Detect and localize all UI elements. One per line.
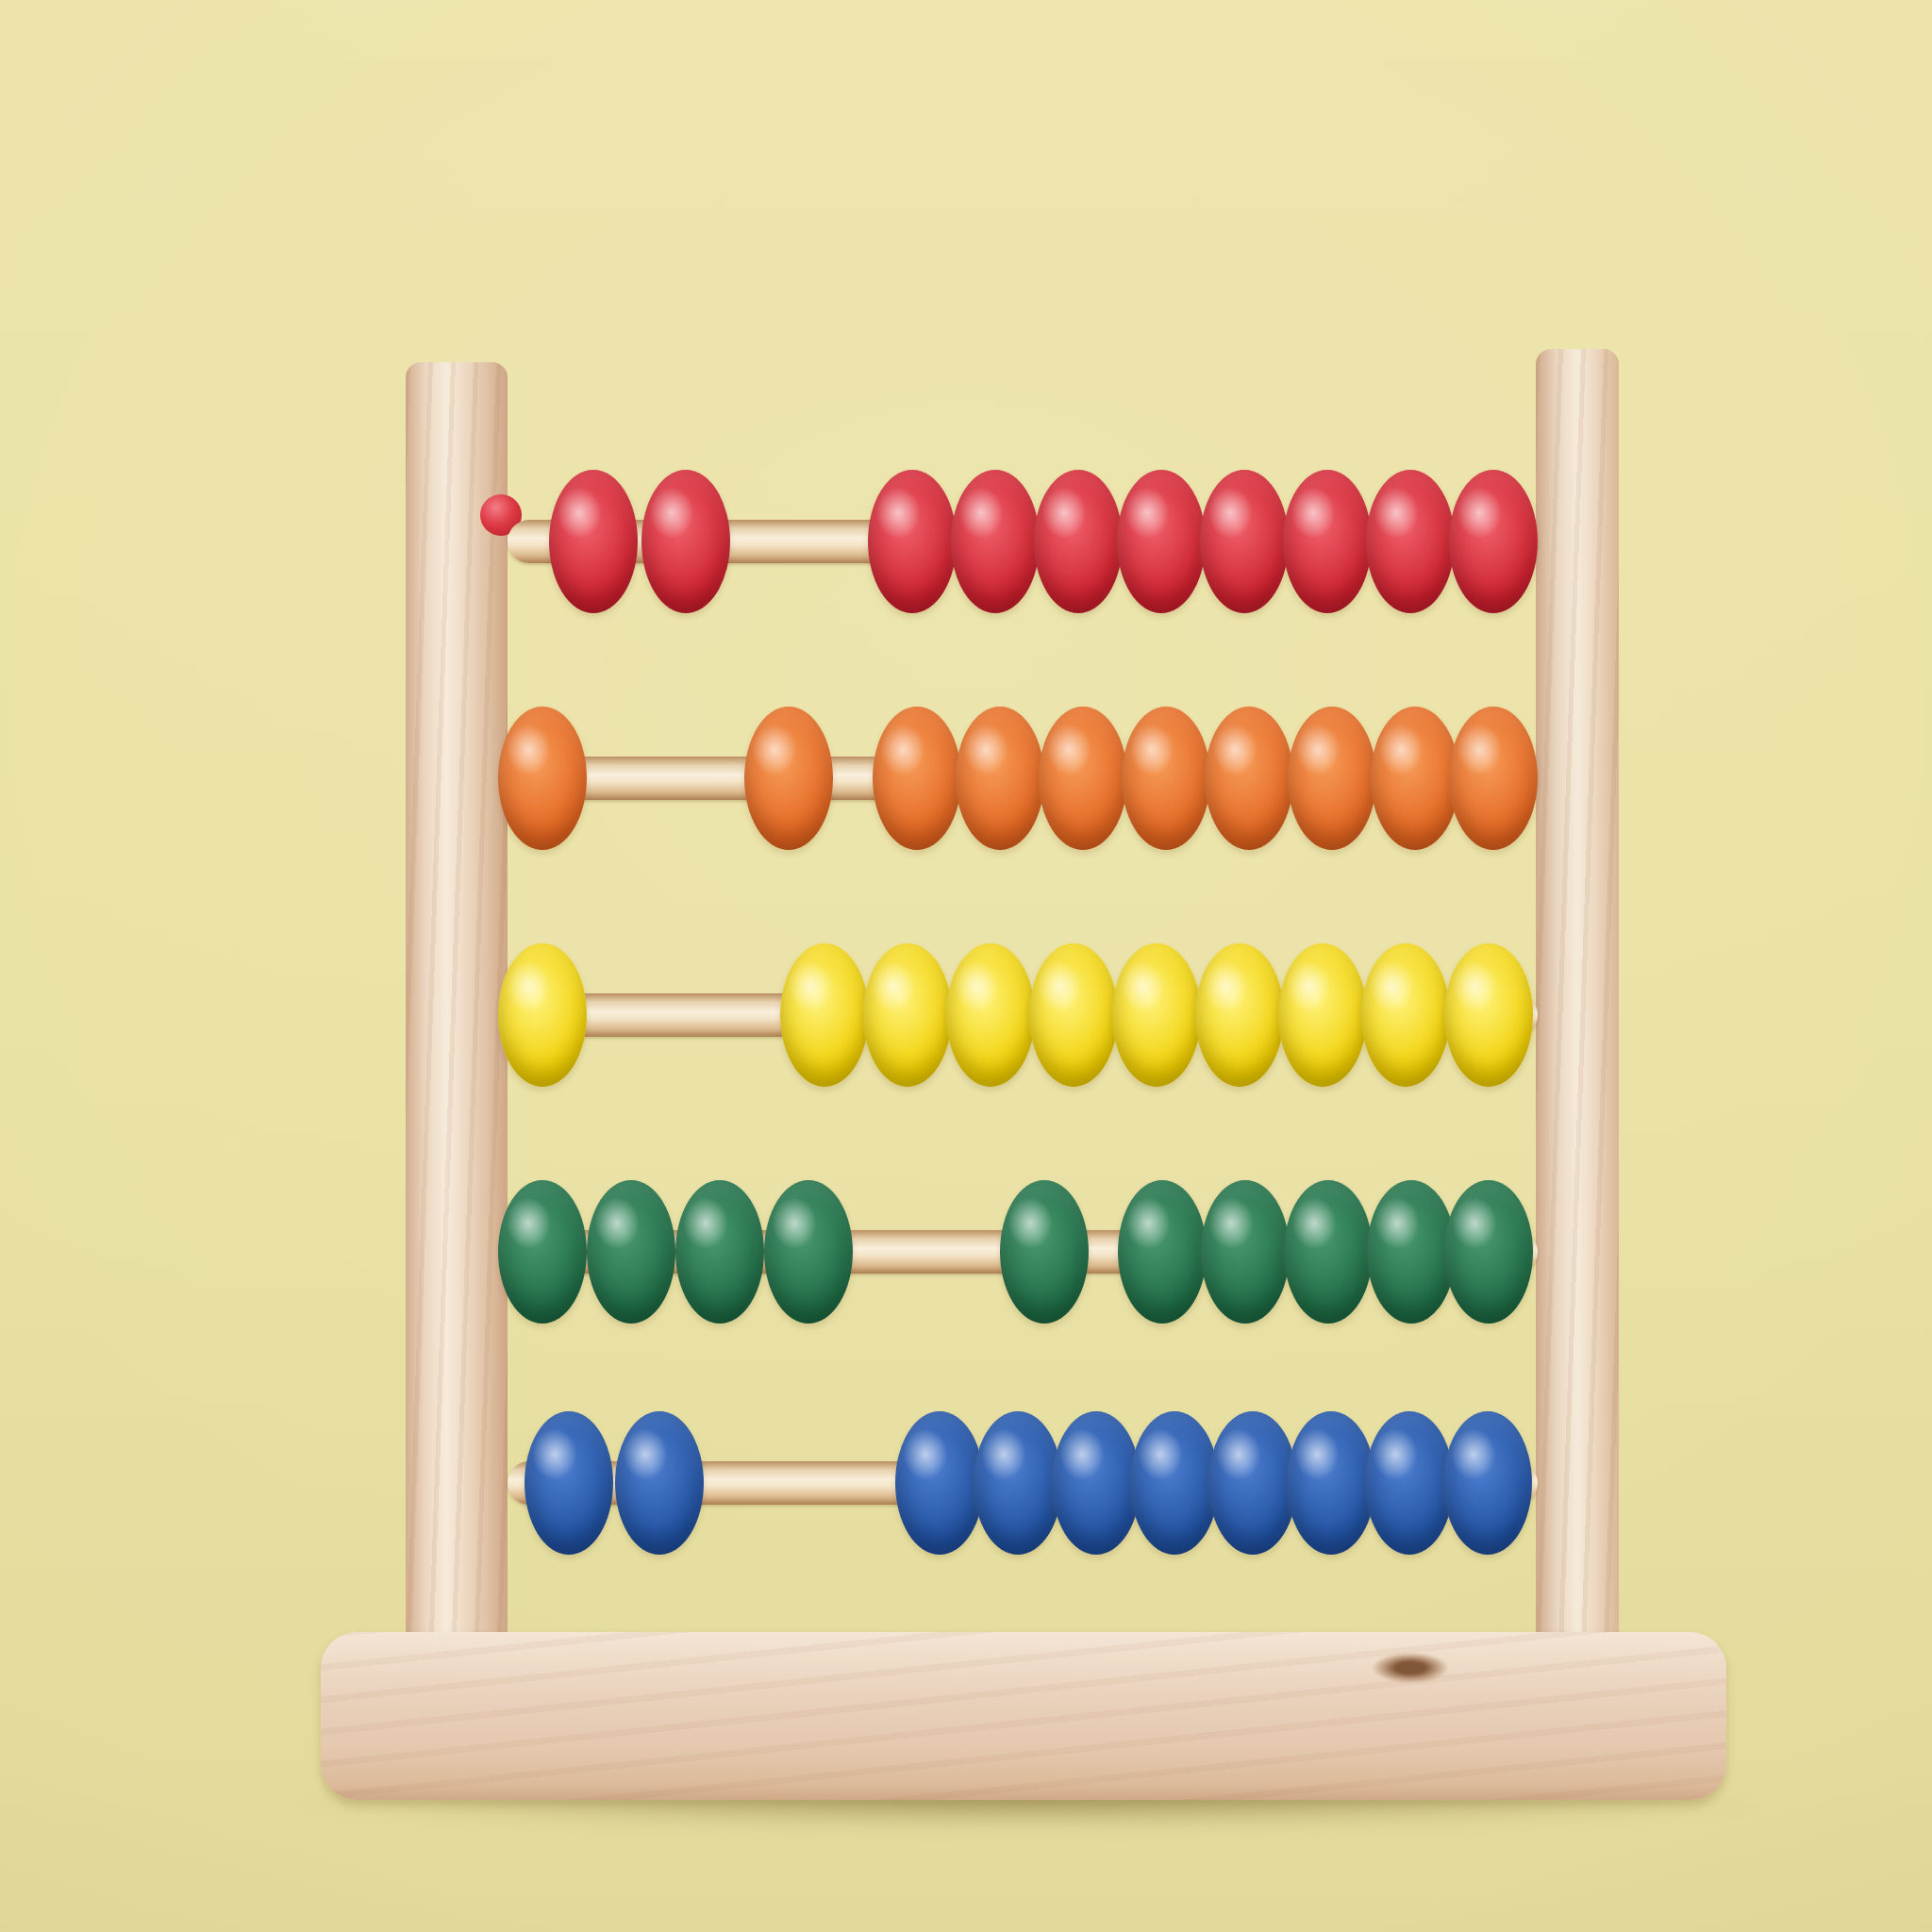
bead-blue-4[interactable] xyxy=(974,1411,1062,1555)
bead-blue-5[interactable] xyxy=(1052,1411,1141,1555)
bead-orange-8[interactable] xyxy=(1288,707,1376,850)
bead-blue-9[interactable] xyxy=(1365,1411,1454,1555)
bead-blue-10[interactable] xyxy=(1443,1411,1532,1555)
bead-red-2[interactable] xyxy=(641,470,730,613)
bead-green-9[interactable] xyxy=(1367,1180,1456,1324)
bead-yellow-4[interactable] xyxy=(946,943,1035,1087)
bead-orange-6[interactable] xyxy=(1122,707,1210,850)
bead-yellow-2[interactable] xyxy=(780,943,869,1087)
bead-yellow-6[interactable] xyxy=(1112,943,1201,1087)
bead-red-5[interactable] xyxy=(1034,470,1123,613)
bead-red-4[interactable] xyxy=(951,470,1040,613)
bead-orange-1[interactable] xyxy=(498,707,587,850)
bead-green-1[interactable] xyxy=(498,1180,587,1324)
bead-blue-8[interactable] xyxy=(1287,1411,1375,1555)
bead-green-8[interactable] xyxy=(1284,1180,1373,1324)
bead-blue-3[interactable] xyxy=(895,1411,984,1555)
bead-green-6[interactable] xyxy=(1118,1180,1207,1324)
wood-knot xyxy=(1373,1653,1448,1683)
abacus-base xyxy=(321,1632,1726,1800)
bead-yellow-5[interactable] xyxy=(1029,943,1118,1087)
bead-blue-7[interactable] xyxy=(1208,1411,1297,1555)
bead-yellow-8[interactable] xyxy=(1278,943,1367,1087)
bead-red-6[interactable] xyxy=(1117,470,1206,613)
bead-blue-2[interactable] xyxy=(615,1411,704,1555)
bead-yellow-7[interactable] xyxy=(1195,943,1284,1087)
bead-red-8[interactable] xyxy=(1283,470,1372,613)
bead-orange-7[interactable] xyxy=(1205,707,1293,850)
bead-orange-4[interactable] xyxy=(956,707,1044,850)
bead-blue-1[interactable] xyxy=(525,1411,613,1555)
bead-orange-10[interactable] xyxy=(1449,707,1538,850)
bead-blue-6[interactable] xyxy=(1130,1411,1219,1555)
bead-green-5[interactable] xyxy=(1000,1180,1089,1324)
bead-orange-2[interactable] xyxy=(744,707,833,850)
abacus-right-post xyxy=(1536,349,1619,1670)
bead-yellow-9[interactable] xyxy=(1361,943,1450,1087)
bead-orange-5[interactable] xyxy=(1039,707,1127,850)
bead-red-1[interactable] xyxy=(549,470,638,613)
abacus-left-post xyxy=(406,362,508,1664)
bead-red-3[interactable] xyxy=(868,470,957,613)
abacus-scene xyxy=(0,0,1932,1932)
bead-yellow-10[interactable] xyxy=(1444,943,1533,1087)
bead-green-4[interactable] xyxy=(764,1180,853,1324)
bead-orange-3[interactable] xyxy=(873,707,961,850)
bead-red-7[interactable] xyxy=(1200,470,1289,613)
bead-green-3[interactable] xyxy=(675,1180,764,1324)
bead-green-10[interactable] xyxy=(1444,1180,1533,1324)
bead-green-2[interactable] xyxy=(587,1180,675,1324)
bead-yellow-3[interactable] xyxy=(863,943,952,1087)
bead-green-7[interactable] xyxy=(1201,1180,1290,1324)
bead-red-10[interactable] xyxy=(1449,470,1538,613)
bead-yellow-1[interactable] xyxy=(498,943,587,1087)
bead-orange-9[interactable] xyxy=(1371,707,1459,850)
bead-red-9[interactable] xyxy=(1366,470,1455,613)
